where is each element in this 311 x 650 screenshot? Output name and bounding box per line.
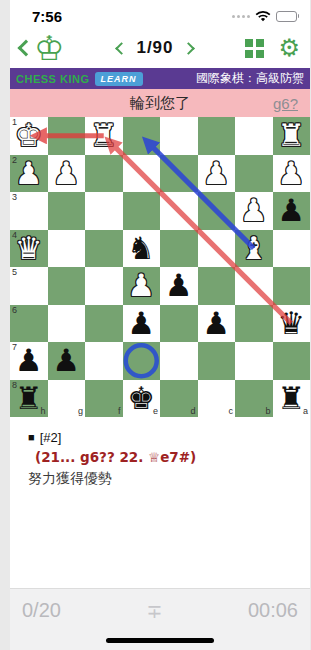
task-label: [#2]	[40, 430, 62, 445]
square-f8[interactable]: f	[85, 380, 123, 418]
square-b4[interactable]: ♝	[235, 230, 273, 268]
black-pawn-d5: ♟	[165, 267, 193, 304]
next-puzzle-button[interactable]	[182, 42, 195, 55]
nav-bar: ♔ 1/90 ⚙	[10, 28, 310, 68]
wifi-icon	[255, 10, 271, 22]
square-g3[interactable]	[48, 192, 86, 230]
square-d1[interactable]	[160, 117, 198, 155]
white-bishop-b4: ♝	[240, 230, 268, 267]
square-c8[interactable]: c	[198, 380, 236, 418]
square-e7[interactable]	[123, 342, 161, 380]
black-rook-a8: ♜	[277, 380, 305, 417]
back-button[interactable]: ♔	[20, 31, 64, 65]
square-h1[interactable]: 1♚	[10, 117, 48, 155]
square-e5[interactable]: ♟	[123, 267, 161, 305]
square-f5[interactable]	[85, 267, 123, 305]
black-king-e8: ♚	[127, 380, 155, 417]
square-d5[interactable]: ♟	[160, 267, 198, 305]
rank-label-6: 6	[12, 306, 17, 315]
back-chevron-icon	[18, 40, 35, 57]
square-h8[interactable]: 8h♜	[10, 380, 48, 418]
file-label-h: h	[40, 407, 45, 416]
nav-actions: ⚙	[245, 36, 300, 60]
square-g6[interactable]	[48, 305, 86, 343]
square-b7[interactable]	[235, 342, 273, 380]
battery-icon	[276, 10, 300, 22]
puzzle-list-button[interactable]	[245, 39, 264, 58]
square-f6[interactable]	[85, 305, 123, 343]
square-a6[interactable]: ♛	[273, 305, 311, 343]
rank-label-3: 3	[12, 193, 17, 202]
square-h7[interactable]: 7♟	[10, 342, 48, 380]
square-b8[interactable]: b	[235, 380, 273, 418]
white-pawn-h2: ♟	[15, 155, 43, 192]
square-b3[interactable]: ♟	[235, 192, 273, 230]
square-d4[interactable]	[160, 230, 198, 268]
square-c1[interactable]	[198, 117, 236, 155]
square-h3[interactable]: 3	[10, 192, 48, 230]
square-c6[interactable]: ♟	[198, 305, 236, 343]
file-label-e: e	[153, 407, 158, 416]
bottom-bar: 0/20 ∓ 00:06	[10, 588, 310, 650]
white-king-h1: ♚	[15, 117, 43, 154]
square-d8[interactable]: d	[160, 380, 198, 418]
square-g1[interactable]	[48, 117, 86, 155]
settings-gear-button[interactable]: ⚙	[278, 36, 300, 60]
file-label-c: c	[229, 407, 234, 416]
file-label-b: b	[265, 407, 270, 416]
square-h6[interactable]: 6	[10, 305, 48, 343]
square-g4[interactable]	[48, 230, 86, 268]
app-screen: 7:56 ♔ 1/90 ⚙ CHESS	[10, 0, 310, 650]
rank-label-7: 7	[12, 343, 17, 352]
white-pawn-a2: ♟	[277, 155, 305, 192]
chess-king-logo-icon: ♔	[34, 31, 64, 65]
white-pawn-c2: ♟	[202, 155, 230, 192]
turn-prompt-text: 輪到您了	[130, 94, 190, 113]
square-b6[interactable]	[235, 305, 273, 343]
rank-label-5: 5	[12, 268, 17, 277]
score-counter: 0/20	[22, 599, 61, 622]
square-f4[interactable]	[85, 230, 123, 268]
square-c3[interactable]	[198, 192, 236, 230]
status-bar: 7:56	[10, 0, 310, 28]
white-pawn-g2: ♟	[52, 155, 80, 192]
black-to-move-marker-icon: ■	[28, 432, 35, 443]
black-pawn-g7: ♟	[52, 342, 80, 379]
previous-puzzle-button[interactable]	[116, 42, 129, 55]
turn-prompt-bar: 輪到您了 g6?	[10, 89, 310, 117]
white-pawn-b3: ♟	[240, 192, 268, 229]
square-h4[interactable]: 4♛	[10, 230, 48, 268]
course-title: 國際象棋：高級防禦	[196, 70, 304, 87]
square-h2[interactable]: 2♟	[10, 155, 48, 193]
board-area: 1♚♜♜2♟♟♟♟3♟♟4♛♞♝5♟♟6♟♟♛7♟♟8h♜gfe♚dcba♜	[10, 117, 310, 417]
square-g2[interactable]: ♟	[48, 155, 86, 193]
puzzle-pager: 1/90	[64, 38, 245, 58]
square-d2[interactable]	[160, 155, 198, 193]
white-queen-h4: ♛	[15, 230, 43, 267]
square-g7[interactable]: ♟	[48, 342, 86, 380]
square-d6[interactable]	[160, 305, 198, 343]
learn-badge: LEARN	[95, 72, 143, 86]
square-f7[interactable]	[85, 342, 123, 380]
brand-wordmark: CHESS KING	[16, 73, 89, 85]
square-e4[interactable]: ♞	[123, 230, 161, 268]
file-label-g: g	[78, 407, 83, 416]
elapsed-timer: 00:06	[248, 599, 298, 622]
square-d3[interactable]	[160, 192, 198, 230]
white-rook-a1: ♜	[277, 117, 305, 154]
square-h5[interactable]: 5	[10, 267, 48, 305]
square-b2[interactable]	[235, 155, 273, 193]
square-c7[interactable]	[198, 342, 236, 380]
rank-label-2: 2	[12, 156, 17, 165]
evaluation-symbol: ∓	[146, 600, 162, 622]
clock-time: 7:56	[32, 8, 62, 25]
variation-text: (21... g6?? 22. ♕e7#)	[35, 449, 300, 465]
puzzle-counter: 1/90	[136, 38, 173, 58]
goal-text: 努力獲得優勢	[28, 470, 300, 488]
square-a4[interactable]	[273, 230, 311, 268]
rank-label-8: 8	[12, 381, 17, 390]
file-label-d: d	[190, 407, 195, 416]
black-knight-e4: ♞	[127, 230, 155, 267]
square-g5[interactable]	[48, 267, 86, 305]
cellular-signal-icon	[232, 15, 250, 18]
file-label-f: f	[118, 407, 121, 416]
analysis-panel: ■ [#2] (21... g6?? 22. ♕e7#) 努力獲得優勢	[10, 417, 310, 488]
square-c2[interactable]: ♟	[198, 155, 236, 193]
square-f3[interactable]	[85, 192, 123, 230]
white-rook-f1: ♜	[90, 117, 118, 154]
square-e2[interactable]	[123, 155, 161, 193]
square-a7[interactable]	[273, 342, 311, 380]
square-g8[interactable]: g	[48, 380, 86, 418]
black-pawn-a3: ♟	[277, 192, 305, 229]
square-c5[interactable]	[198, 267, 236, 305]
move-hint-link[interactable]: g6?	[273, 95, 298, 112]
file-label-a: a	[303, 407, 308, 416]
square-e3[interactable]	[123, 192, 161, 230]
square-a8[interactable]: a♜	[273, 380, 311, 418]
black-pawn-c6: ♟	[202, 305, 230, 342]
square-f1[interactable]: ♜	[85, 117, 123, 155]
square-d7[interactable]	[160, 342, 198, 380]
home-indicator[interactable]	[106, 638, 214, 643]
square-b5[interactable]	[235, 267, 273, 305]
square-c4[interactable]	[198, 230, 236, 268]
bottom-bar-row: 0/20 ∓ 00:06	[10, 589, 310, 622]
brand-bar: CHESS KING LEARN 國際象棋：高級防禦	[10, 68, 310, 89]
black-pawn-h7: ♟	[15, 342, 43, 379]
rank-label-4: 4	[12, 231, 17, 240]
square-e6[interactable]: ♟	[123, 305, 161, 343]
square-f2[interactable]	[85, 155, 123, 193]
white-pawn-e5: ♟	[127, 267, 155, 304]
square-a5[interactable]	[273, 267, 311, 305]
square-a1[interactable]: ♜	[273, 117, 311, 155]
square-e1[interactable]	[123, 117, 161, 155]
square-e8[interactable]: e♚	[123, 380, 161, 418]
rank-label-1: 1	[12, 118, 17, 127]
square-b1[interactable]	[235, 117, 273, 155]
task-line: ■ [#2]	[28, 430, 300, 445]
chess-board: 1♚♜♜2♟♟♟♟3♟♟4♛♞♝5♟♟6♟♟♛7♟♟8h♜gfe♚dcba♜	[10, 117, 310, 417]
square-a2[interactable]: ♟	[273, 155, 311, 193]
black-rook-h8: ♜	[15, 380, 43, 417]
black-queen-a6: ♛	[277, 305, 305, 342]
square-a3[interactable]: ♟	[273, 192, 311, 230]
black-pawn-e6: ♟	[127, 305, 155, 342]
status-icons	[232, 10, 300, 22]
